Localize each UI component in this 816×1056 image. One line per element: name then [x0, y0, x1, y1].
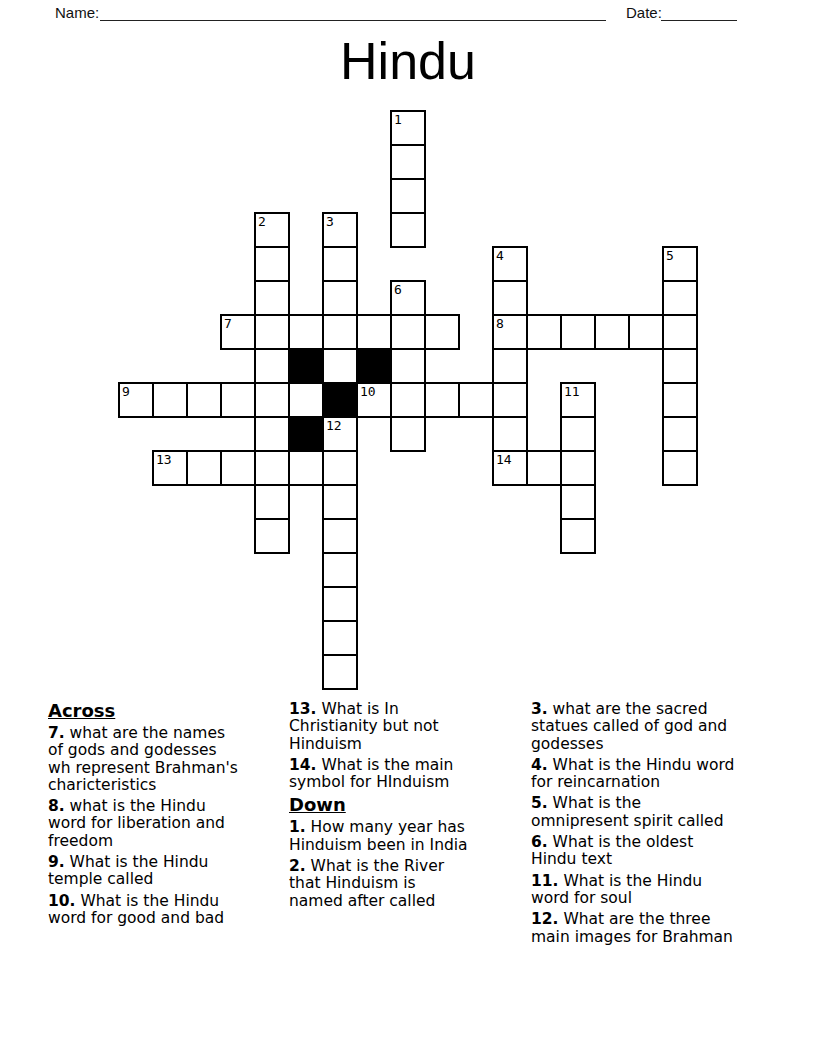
grid-cell[interactable]: 4 — [492, 246, 528, 282]
cell-number: 9 — [122, 385, 130, 398]
grid-cell[interactable]: 11 — [560, 382, 596, 418]
puzzle-title: Hindu — [0, 33, 816, 89]
grid-cell[interactable] — [254, 246, 290, 282]
grid-cell[interactable] — [254, 348, 290, 384]
grid-cell[interactable]: 13 — [152, 450, 188, 486]
grid-cell[interactable] — [492, 348, 528, 384]
clue-number: 9. — [48, 853, 65, 871]
grid-cell[interactable] — [390, 416, 426, 452]
cell-number: 3 — [326, 215, 334, 228]
grid-cell[interactable] — [254, 314, 290, 350]
grid-cell[interactable] — [254, 518, 290, 554]
clue-d1: 1. How many year has Hinduism been in In… — [289, 819, 474, 854]
clue-number: 7. — [48, 724, 65, 742]
grid-cell[interactable]: 1 — [390, 110, 426, 146]
grid-cell[interactable] — [390, 144, 426, 180]
grid-cell[interactable] — [152, 382, 188, 418]
clue-number: 4. — [531, 756, 548, 774]
grid-cell[interactable] — [424, 382, 460, 418]
grid-cell[interactable] — [186, 450, 222, 486]
grid-cell[interactable] — [322, 654, 358, 690]
grid-cell[interactable] — [322, 586, 358, 622]
grid-cell[interactable]: 12 — [322, 416, 358, 452]
worksheet-page: Name: Date: Hindu 1234567891011121314 Ac… — [0, 0, 816, 1056]
grid-cell[interactable] — [560, 416, 596, 452]
grid-cell[interactable] — [628, 314, 664, 350]
clues-column-middle: 13. What is In Christianity but not Hind… — [289, 701, 474, 914]
grid-cell[interactable] — [220, 382, 256, 418]
down-heading: Down — [289, 795, 474, 815]
grid-cell[interactable] — [458, 382, 494, 418]
grid-cell[interactable] — [390, 382, 426, 418]
clue-number: 14. — [289, 756, 316, 774]
grid-cell[interactable]: 10 — [356, 382, 392, 418]
clue-number: 6. — [531, 833, 548, 851]
grid-cell[interactable] — [560, 484, 596, 520]
clue-number: 12. — [531, 910, 558, 928]
clue-d3: 3. what are the sacred statues called of… — [531, 701, 736, 753]
grid-cell[interactable] — [492, 382, 528, 418]
grid-cell[interactable] — [526, 314, 562, 350]
cell-number: 2 — [258, 215, 266, 228]
grid-cell[interactable] — [424, 314, 460, 350]
grid-cell[interactable] — [322, 484, 358, 520]
black-cell — [356, 348, 392, 384]
grid-cell[interactable] — [526, 450, 562, 486]
grid-cell[interactable] — [254, 450, 290, 486]
cell-number: 14 — [496, 453, 512, 466]
date-label: Date: — [626, 4, 662, 21]
grid-cell[interactable] — [662, 382, 698, 418]
grid-cell[interactable] — [186, 382, 222, 418]
clue-number: 5. — [531, 794, 548, 812]
grid-cell[interactable] — [254, 280, 290, 316]
across-heading: Across — [48, 701, 240, 721]
clue-number: 8. — [48, 797, 65, 815]
grid-cell[interactable]: 14 — [492, 450, 528, 486]
grid-cell[interactable] — [390, 212, 426, 248]
cell-number: 8 — [496, 317, 504, 330]
grid-cell[interactable] — [220, 450, 256, 486]
grid-cell[interactable] — [322, 348, 358, 384]
grid-cell[interactable] — [594, 314, 630, 350]
grid-cell[interactable] — [662, 348, 698, 384]
grid-cell[interactable] — [662, 280, 698, 316]
crossword-grid: 1234567891011121314 — [118, 110, 698, 690]
grid-cell[interactable]: 7 — [220, 314, 256, 350]
black-cell — [288, 348, 324, 384]
grid-cell[interactable] — [254, 484, 290, 520]
grid-cell[interactable] — [390, 348, 426, 384]
grid-cell[interactable] — [390, 178, 426, 214]
name-label: Name: — [55, 4, 99, 21]
clue-a14: 14. What is the main symbol for HInduism — [289, 757, 474, 792]
grid-cell[interactable] — [322, 552, 358, 588]
clue-number: 10. — [48, 892, 75, 910]
grid-cell[interactable] — [288, 314, 324, 350]
grid-cell[interactable]: 5 — [662, 246, 698, 282]
grid-cell[interactable] — [288, 382, 324, 418]
grid-cell[interactable] — [560, 314, 596, 350]
clue-number: 2. — [289, 857, 306, 875]
cell-number: 7 — [224, 317, 232, 330]
clue-d11: 11. What is the Hindu word for soul — [531, 873, 736, 908]
clues-column-right: 3. what are the sacred statues called of… — [531, 701, 736, 950]
grid-cell[interactable] — [356, 314, 392, 350]
grid-cell[interactable] — [662, 416, 698, 452]
grid-cell[interactable] — [322, 620, 358, 656]
date-input-line[interactable] — [661, 1, 737, 21]
grid-cell[interactable] — [662, 314, 698, 350]
grid-cell[interactable] — [254, 382, 290, 418]
grid-cell[interactable] — [560, 518, 596, 554]
clue-number: 1. — [289, 818, 306, 836]
cell-number: 5 — [666, 249, 674, 262]
grid-cell[interactable] — [322, 450, 358, 486]
grid-cell[interactable]: 2 — [254, 212, 290, 248]
cell-number: 12 — [326, 419, 342, 432]
grid-cell[interactable] — [254, 416, 290, 452]
cell-number: 1 — [394, 113, 402, 126]
cell-number: 13 — [156, 453, 172, 466]
grid-cell[interactable] — [560, 450, 596, 486]
grid-cell[interactable]: 6 — [390, 280, 426, 316]
grid-cell[interactable] — [322, 246, 358, 282]
grid-cell[interactable] — [390, 314, 426, 350]
grid-cell[interactable] — [662, 450, 698, 486]
black-cell — [322, 382, 358, 418]
clue-d2: 2. What is the River that Hinduism is na… — [289, 858, 474, 910]
grid-cell[interactable]: 8 — [492, 314, 528, 350]
clue-a8: 8. what is the Hindu word for liberation… — [48, 798, 240, 850]
cell-number: 4 — [496, 249, 504, 262]
cell-number: 11 — [564, 385, 580, 398]
name-input-line[interactable] — [100, 1, 606, 21]
cell-number: 10 — [360, 385, 376, 398]
clue-d4: 4. What is the Hindu word for reincarnat… — [531, 757, 736, 792]
grid-cell[interactable] — [492, 280, 528, 316]
clue-d6: 6. What is the oldest Hindu text — [531, 834, 736, 869]
clue-d12: 12. What are the three main images for B… — [531, 911, 736, 946]
clue-number: 13. — [289, 700, 316, 718]
clues-column-left: Across7. what are the names of gods and … — [48, 701, 240, 931]
grid-cell[interactable] — [322, 518, 358, 554]
grid-cell[interactable] — [322, 280, 358, 316]
clue-d5: 5. What is the omnipresent spirit called — [531, 795, 736, 830]
clue-a7: 7. what are the names of gods and godess… — [48, 725, 240, 794]
clue-number: 3. — [531, 700, 548, 718]
clue-a9: 9. What is the Hindu temple called — [48, 854, 240, 889]
clue-a13: 13. What is In Christianity but not Hind… — [289, 701, 474, 753]
clue-a10: 10. What is the Hindu word for good and … — [48, 893, 240, 928]
grid-cell[interactable] — [492, 416, 528, 452]
clue-number: 11. — [531, 872, 558, 890]
cell-number: 6 — [394, 283, 402, 296]
grid-cell[interactable] — [288, 450, 324, 486]
grid-cell[interactable]: 9 — [118, 382, 154, 418]
grid-cell[interactable] — [322, 314, 358, 350]
grid-cell[interactable]: 3 — [322, 212, 358, 248]
black-cell — [288, 416, 324, 452]
